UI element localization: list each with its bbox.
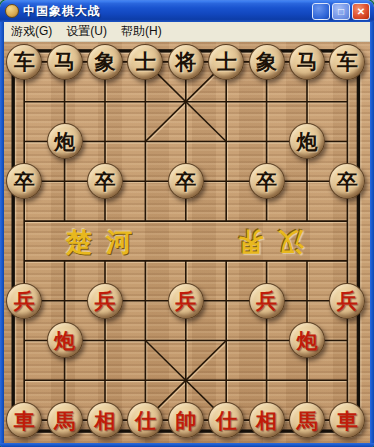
piece-label: 帥	[175, 410, 196, 431]
piece-label: 车	[14, 51, 35, 72]
piece-red-6-6[interactable]: 兵	[249, 283, 285, 319]
river-label-chu-he: 楚河	[44, 225, 154, 259]
piece-label: 馬	[54, 410, 75, 431]
piece-label: 卒	[337, 171, 358, 192]
piece-black-7-2[interactable]: 炮	[289, 123, 325, 159]
piece-label: 马	[296, 51, 317, 72]
window-border-right	[370, 22, 374, 447]
piece-label: 炮	[296, 131, 317, 152]
menubar: 游戏(G) 设置(U) 帮助(H)	[4, 22, 370, 42]
window-border-bottom	[0, 443, 374, 447]
menu-settings[interactable]: 设置(U)	[59, 22, 114, 41]
piece-label: 仕	[135, 410, 156, 431]
piece-red-2-9[interactable]: 相	[87, 402, 123, 438]
piece-label: 卒	[94, 171, 115, 192]
piece-red-5-9[interactable]: 仕	[208, 402, 244, 438]
piece-red-0-9[interactable]: 車	[6, 402, 42, 438]
window-title: 中国象棋大战	[23, 3, 312, 20]
piece-black-4-3[interactable]: 卒	[168, 163, 204, 199]
piece-red-1-7[interactable]: 炮	[47, 322, 83, 358]
window-border-left	[0, 22, 4, 447]
piece-red-4-9[interactable]: 帥	[168, 402, 204, 438]
piece-label: 車	[337, 410, 358, 431]
maximize-icon: □	[338, 6, 344, 17]
piece-label: 车	[337, 51, 358, 72]
maximize-button[interactable]: □	[332, 3, 350, 20]
piece-black-1-2[interactable]: 炮	[47, 123, 83, 159]
piece-black-0-3[interactable]: 卒	[6, 163, 42, 199]
close-icon: ✕	[357, 6, 365, 17]
piece-red-3-9[interactable]: 仕	[127, 402, 163, 438]
piece-label: 马	[54, 51, 75, 72]
piece-label: 象	[94, 51, 115, 72]
piece-black-5-0[interactable]: 士	[208, 44, 244, 80]
piece-black-3-0[interactable]: 士	[127, 44, 163, 80]
piece-label: 象	[256, 51, 277, 72]
titlebar[interactable]: 中国象棋大战 _ □ ✕	[0, 0, 374, 22]
piece-red-0-6[interactable]: 兵	[6, 283, 42, 319]
minimize-button[interactable]: _	[312, 3, 330, 20]
piece-red-7-7[interactable]: 炮	[289, 322, 325, 358]
piece-black-6-0[interactable]: 象	[249, 44, 285, 80]
piece-label: 炮	[296, 330, 317, 351]
piece-label: 卒	[14, 171, 35, 192]
piece-label: 相	[256, 410, 277, 431]
piece-label: 仕	[216, 410, 237, 431]
piece-red-2-6[interactable]: 兵	[87, 283, 123, 319]
app-window: 中国象棋大战 _ □ ✕ 游戏(G) 设置(U) 帮助(H) 楚河 汉界 车马象…	[0, 0, 374, 447]
piece-label: 将	[175, 51, 196, 72]
piece-red-7-9[interactable]: 馬	[289, 402, 325, 438]
piece-label: 兵	[94, 290, 115, 311]
river-label-han-jie: 汉界	[216, 225, 326, 259]
piece-label: 馬	[296, 410, 317, 431]
close-button[interactable]: ✕	[352, 3, 370, 20]
piece-black-2-0[interactable]: 象	[87, 44, 123, 80]
piece-red-4-6[interactable]: 兵	[168, 283, 204, 319]
piece-black-7-0[interactable]: 马	[289, 44, 325, 80]
piece-black-8-0[interactable]: 车	[329, 44, 365, 80]
app-icon	[5, 4, 19, 18]
piece-red-8-6[interactable]: 兵	[329, 283, 365, 319]
piece-black-8-3[interactable]: 卒	[329, 163, 365, 199]
xiangqi-board[interactable]: 楚河 汉界 车马象士将士象马车炮炮卒卒卒卒卒兵兵兵兵兵炮炮車馬相仕帥仕相馬車	[4, 42, 370, 443]
piece-label: 卒	[256, 171, 277, 192]
piece-label: 兵	[175, 290, 196, 311]
piece-label: 相	[94, 410, 115, 431]
piece-label: 炮	[54, 330, 75, 351]
piece-label: 兵	[14, 290, 35, 311]
piece-red-6-9[interactable]: 相	[249, 402, 285, 438]
piece-label: 兵	[256, 290, 277, 311]
piece-black-2-3[interactable]: 卒	[87, 163, 123, 199]
piece-black-6-3[interactable]: 卒	[249, 163, 285, 199]
piece-label: 士	[135, 51, 156, 72]
piece-label: 卒	[175, 171, 196, 192]
menu-game[interactable]: 游戏(G)	[4, 22, 59, 41]
menu-help[interactable]: 帮助(H)	[114, 22, 169, 41]
piece-black-4-0[interactable]: 将	[168, 44, 204, 80]
piece-label: 炮	[54, 131, 75, 152]
piece-red-8-9[interactable]: 車	[329, 402, 365, 438]
piece-label: 兵	[337, 290, 358, 311]
piece-red-1-9[interactable]: 馬	[47, 402, 83, 438]
piece-label: 士	[216, 51, 237, 72]
piece-black-1-0[interactable]: 马	[47, 44, 83, 80]
piece-label: 車	[14, 410, 35, 431]
piece-black-0-0[interactable]: 车	[6, 44, 42, 80]
